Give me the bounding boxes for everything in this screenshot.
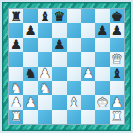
piece-white-queen: ♛: [111, 52, 123, 65]
square-f4[interactable]: ♟: [81, 67, 95, 81]
square-f7[interactable]: [81, 23, 95, 37]
square-e6[interactable]: [67, 38, 81, 52]
square-c1[interactable]: [38, 110, 52, 124]
square-d5[interactable]: [52, 52, 66, 66]
square-b3[interactable]: [23, 81, 37, 95]
piece-white-pawn: ♟: [82, 67, 94, 80]
square-d6[interactable]: ♟: [52, 38, 66, 52]
chessboard-teal-border: ♜♝♛♚♟♟♟♟♟♛♞♟♟♝♞♞♟♟♝♚♟♜♜: [2, 2, 131, 131]
piece-white-pawn: ♟: [39, 67, 51, 80]
piece-black-pawn: ♟: [53, 38, 65, 51]
square-h8[interactable]: ♚: [110, 9, 124, 23]
square-g5[interactable]: [95, 52, 109, 66]
square-e2[interactable]: ♝: [67, 95, 81, 109]
square-f6[interactable]: [81, 38, 95, 52]
piece-black-pawn: ♟: [10, 38, 22, 51]
square-a8[interactable]: ♜: [9, 9, 23, 23]
square-h5[interactable]: ♛: [110, 52, 124, 66]
piece-black-pawn: ♟: [97, 24, 109, 37]
square-e5[interactable]: [67, 52, 81, 66]
square-b6[interactable]: [23, 38, 37, 52]
square-d3[interactable]: [52, 81, 66, 95]
square-g6[interactable]: [95, 38, 109, 52]
square-c6[interactable]: [38, 38, 52, 52]
square-b7[interactable]: ♟: [23, 23, 37, 37]
square-g7[interactable]: ♟: [95, 23, 109, 37]
square-a1[interactable]: ♜: [9, 110, 23, 124]
square-g2[interactable]: ♚: [95, 95, 109, 109]
piece-black-bishop: ♝: [111, 67, 123, 80]
piece-white-bishop: ♝: [68, 95, 80, 108]
piece-white-knight: ♞: [39, 81, 51, 94]
square-c2[interactable]: [38, 95, 52, 109]
square-h1[interactable]: ♜: [110, 110, 124, 124]
square-a4[interactable]: [9, 67, 23, 81]
square-g3[interactable]: [95, 81, 109, 95]
piece-black-bishop: ♝: [39, 9, 51, 22]
piece-white-pawn: ♟: [10, 95, 22, 108]
square-a7[interactable]: [9, 23, 23, 37]
square-h6[interactable]: [110, 38, 124, 52]
square-g8[interactable]: [95, 9, 109, 23]
piece-black-pawn: ♟: [25, 24, 37, 37]
square-e1[interactable]: [67, 110, 81, 124]
piece-white-knight: ♞: [10, 81, 22, 94]
piece-black-queen: ♛: [53, 9, 65, 22]
square-a3[interactable]: ♞: [9, 81, 23, 95]
piece-white-rook: ♜: [10, 110, 22, 123]
square-f2[interactable]: [81, 95, 95, 109]
square-e3[interactable]: [67, 81, 81, 95]
piece-black-knight: ♞: [25, 67, 37, 80]
square-e8[interactable]: [67, 9, 81, 23]
chess-board: ♜♝♛♚♟♟♟♟♟♛♞♟♟♝♞♞♟♟♝♚♟♜♜: [8, 8, 125, 125]
square-d2[interactable]: [52, 95, 66, 109]
chessboard-outer-frame: ♜♝♛♚♟♟♟♟♟♛♞♟♟♝♞♞♟♟♝♚♟♜♜: [0, 0, 133, 133]
square-e4[interactable]: [67, 67, 81, 81]
piece-white-pawn: ♟: [25, 95, 37, 108]
square-c4[interactable]: ♟: [38, 67, 52, 81]
square-d8[interactable]: ♛: [52, 9, 66, 23]
square-d4[interactable]: [52, 67, 66, 81]
piece-white-rook: ♜: [111, 110, 123, 123]
square-h2[interactable]: ♟: [110, 95, 124, 109]
square-b8[interactable]: [23, 9, 37, 23]
square-g4[interactable]: [95, 67, 109, 81]
square-h3[interactable]: [110, 81, 124, 95]
square-c8[interactable]: ♝: [38, 9, 52, 23]
square-c3[interactable]: ♞: [38, 81, 52, 95]
piece-black-king: ♚: [111, 9, 123, 22]
square-a5[interactable]: [9, 52, 23, 66]
square-c7[interactable]: [38, 23, 52, 37]
square-f1[interactable]: [81, 110, 95, 124]
square-d1[interactable]: [52, 110, 66, 124]
piece-black-pawn: ♟: [111, 24, 123, 37]
square-h7[interactable]: ♟: [110, 23, 124, 37]
piece-black-rook: ♜: [10, 9, 22, 22]
square-b2[interactable]: ♟: [23, 95, 37, 109]
square-b5[interactable]: [23, 52, 37, 66]
piece-white-king: ♚: [97, 95, 109, 108]
square-f8[interactable]: [81, 9, 95, 23]
square-f3[interactable]: [81, 81, 95, 95]
square-e7[interactable]: [67, 23, 81, 37]
piece-white-pawn: ♟: [111, 95, 123, 108]
square-b4[interactable]: ♞: [23, 67, 37, 81]
square-a2[interactable]: ♟: [9, 95, 23, 109]
square-b1[interactable]: [23, 110, 37, 124]
square-h4[interactable]: ♝: [110, 67, 124, 81]
square-a6[interactable]: ♟: [9, 38, 23, 52]
square-f5[interactable]: [81, 52, 95, 66]
square-g1[interactable]: [95, 110, 109, 124]
square-d7[interactable]: [52, 23, 66, 37]
square-c5[interactable]: [38, 52, 52, 66]
